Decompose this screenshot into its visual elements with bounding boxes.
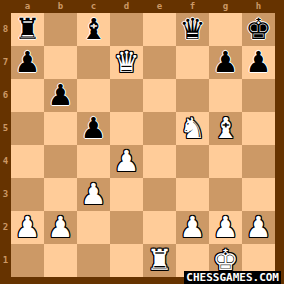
square-h6[interactable] — [242, 79, 275, 112]
square-e4[interactable] — [143, 145, 176, 178]
square-b3[interactable] — [44, 178, 77, 211]
piece-black-bishop-c8[interactable]: ♝ — [81, 13, 107, 46]
rank-label-2: 2 — [0, 211, 11, 244]
square-c8[interactable]: ♝ — [77, 13, 110, 46]
square-a5[interactable] — [11, 112, 44, 145]
square-g6[interactable] — [209, 79, 242, 112]
file-label-d: d — [110, 0, 143, 13]
file-label-g: g — [209, 0, 242, 13]
piece-white-queen-d7[interactable]: ♛ — [114, 46, 140, 79]
file-labels: abcdefgh — [11, 0, 275, 13]
square-a7[interactable]: ♟ — [11, 46, 44, 79]
square-g7[interactable]: ♟ — [209, 46, 242, 79]
piece-black-pawn-c5[interactable]: ♟ — [81, 112, 107, 145]
piece-white-pawn-b2[interactable]: ♟ — [48, 211, 74, 244]
square-g4[interactable] — [209, 145, 242, 178]
piece-white-bishop-g5[interactable]: ♝ — [213, 112, 239, 145]
square-b1[interactable] — [44, 244, 77, 277]
square-d3[interactable] — [110, 178, 143, 211]
square-d7[interactable]: ♛ — [110, 46, 143, 79]
square-g2[interactable]: ♟ — [209, 211, 242, 244]
piece-white-rook-e1[interactable]: ♜ — [147, 244, 173, 277]
square-b2[interactable]: ♟ — [44, 211, 77, 244]
rank-label-8: 8 — [0, 13, 11, 46]
square-b5[interactable] — [44, 112, 77, 145]
piece-white-pawn-g2[interactable]: ♟ — [213, 211, 239, 244]
square-a3[interactable] — [11, 178, 44, 211]
piece-black-king-h8[interactable]: ♚ — [246, 13, 272, 46]
piece-black-pawn-b6[interactable]: ♟ — [48, 79, 74, 112]
square-h3[interactable] — [242, 178, 275, 211]
piece-black-queen-f8[interactable]: ♛ — [180, 13, 206, 46]
square-f7[interactable] — [176, 46, 209, 79]
square-e2[interactable] — [143, 211, 176, 244]
piece-white-knight-f5[interactable]: ♞ — [180, 112, 206, 145]
square-d5[interactable] — [110, 112, 143, 145]
rank-label-7: 7 — [0, 46, 11, 79]
square-c3[interactable]: ♟ — [77, 178, 110, 211]
square-h5[interactable] — [242, 112, 275, 145]
square-c2[interactable] — [77, 211, 110, 244]
square-f2[interactable]: ♟ — [176, 211, 209, 244]
piece-white-pawn-d4[interactable]: ♟ — [114, 145, 140, 178]
piece-black-rook-a8[interactable]: ♜ — [15, 13, 41, 46]
square-d2[interactable] — [110, 211, 143, 244]
square-d8[interactable] — [110, 13, 143, 46]
piece-white-pawn-h2[interactable]: ♟ — [246, 211, 272, 244]
square-e8[interactable] — [143, 13, 176, 46]
piece-black-pawn-a7[interactable]: ♟ — [15, 46, 41, 79]
square-f4[interactable] — [176, 145, 209, 178]
piece-white-pawn-c3[interactable]: ♟ — [81, 178, 107, 211]
piece-black-pawn-h7[interactable]: ♟ — [246, 46, 272, 79]
square-e7[interactable] — [143, 46, 176, 79]
square-g3[interactable] — [209, 178, 242, 211]
square-h8[interactable]: ♚ — [242, 13, 275, 46]
square-d6[interactable] — [110, 79, 143, 112]
rank-label-6: 6 — [0, 79, 11, 112]
square-b4[interactable] — [44, 145, 77, 178]
square-c7[interactable] — [77, 46, 110, 79]
square-d4[interactable]: ♟ — [110, 145, 143, 178]
file-label-e: e — [143, 0, 176, 13]
square-c6[interactable] — [77, 79, 110, 112]
square-b7[interactable] — [44, 46, 77, 79]
chess-board-frame: abcdefgh 87654321 ♜♝♛♚♟♛♟♟♟♟♞♝♟♟♟♟♟♟♟♜♚ … — [0, 0, 284, 284]
square-e1[interactable]: ♜ — [143, 244, 176, 277]
square-h7[interactable]: ♟ — [242, 46, 275, 79]
square-f8[interactable]: ♛ — [176, 13, 209, 46]
square-e6[interactable] — [143, 79, 176, 112]
piece-white-pawn-a2[interactable]: ♟ — [15, 211, 41, 244]
square-c4[interactable] — [77, 145, 110, 178]
file-label-b: b — [44, 0, 77, 13]
square-a4[interactable] — [11, 145, 44, 178]
square-e5[interactable] — [143, 112, 176, 145]
square-g5[interactable]: ♝ — [209, 112, 242, 145]
rank-label-3: 3 — [0, 178, 11, 211]
square-c1[interactable] — [77, 244, 110, 277]
square-b8[interactable] — [44, 13, 77, 46]
rank-label-1: 1 — [0, 244, 11, 277]
square-a6[interactable] — [11, 79, 44, 112]
square-b6[interactable]: ♟ — [44, 79, 77, 112]
chess-board: ♜♝♛♚♟♛♟♟♟♟♞♝♟♟♟♟♟♟♟♜♚ — [11, 13, 275, 277]
square-a2[interactable]: ♟ — [11, 211, 44, 244]
square-g8[interactable] — [209, 13, 242, 46]
rank-labels: 87654321 — [0, 13, 11, 277]
square-a8[interactable]: ♜ — [11, 13, 44, 46]
square-h2[interactable]: ♟ — [242, 211, 275, 244]
rank-label-4: 4 — [0, 145, 11, 178]
piece-black-pawn-g7[interactable]: ♟ — [213, 46, 239, 79]
square-c5[interactable]: ♟ — [77, 112, 110, 145]
square-f6[interactable] — [176, 79, 209, 112]
square-f5[interactable]: ♞ — [176, 112, 209, 145]
chessgames-branding-bar: CHESSGAMES.COM — [184, 271, 281, 284]
square-a1[interactable] — [11, 244, 44, 277]
square-e3[interactable] — [143, 178, 176, 211]
square-d1[interactable] — [110, 244, 143, 277]
rank-label-5: 5 — [0, 112, 11, 145]
square-f3[interactable] — [176, 178, 209, 211]
piece-white-pawn-f2[interactable]: ♟ — [180, 211, 206, 244]
square-h4[interactable] — [242, 145, 275, 178]
